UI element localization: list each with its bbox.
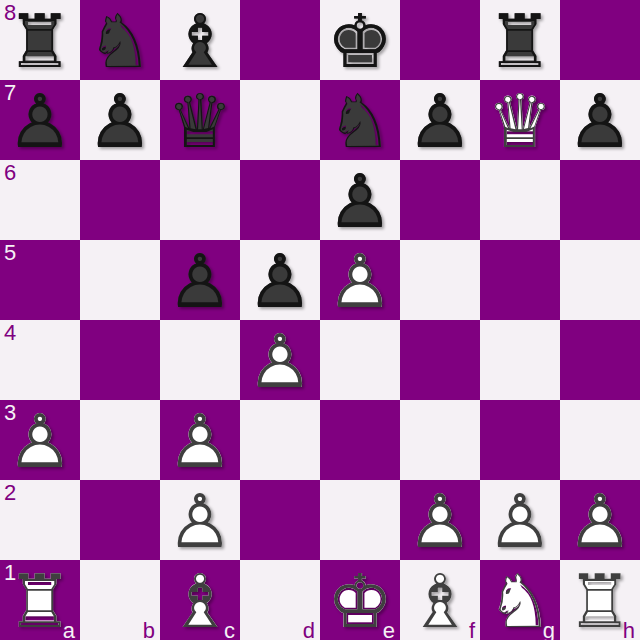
- black-pawn-icon: ♟: [0, 80, 80, 160]
- square-c4[interactable]: [160, 320, 240, 400]
- white-pawn-piece[interactable]: ♟♙: [320, 240, 400, 320]
- square-d6[interactable]: [240, 160, 320, 240]
- square-a6[interactable]: 6: [0, 160, 80, 240]
- square-c1[interactable]: c♝♗: [160, 560, 240, 640]
- square-d8[interactable]: [240, 0, 320, 80]
- square-e4[interactable]: [320, 320, 400, 400]
- square-g4[interactable]: [480, 320, 560, 400]
- black-pawn-piece[interactable]: ♟♙: [160, 240, 240, 320]
- square-b4[interactable]: [80, 320, 160, 400]
- square-f2[interactable]: ♟♙: [400, 480, 480, 560]
- file-label-d: d: [303, 619, 315, 640]
- square-g5[interactable]: [480, 240, 560, 320]
- white-pawn-outline-icon: ♙: [240, 320, 320, 400]
- black-king-outline-icon: ♔: [320, 0, 400, 80]
- square-c6[interactable]: [160, 160, 240, 240]
- square-f8[interactable]: [400, 0, 480, 80]
- black-king-piece[interactable]: ♚♔: [320, 0, 400, 80]
- rank-label-5: 5: [4, 241, 16, 265]
- black-rook-piece[interactable]: ♜♖: [480, 0, 560, 80]
- square-g7[interactable]: ♛♕: [480, 80, 560, 160]
- black-pawn-icon: ♟: [80, 80, 160, 160]
- square-e5[interactable]: ♟♙: [320, 240, 400, 320]
- square-f7[interactable]: ♟♙: [400, 80, 480, 160]
- square-b7[interactable]: ♟♙: [80, 80, 160, 160]
- square-h3[interactable]: [560, 400, 640, 480]
- square-a5[interactable]: 5: [0, 240, 80, 320]
- file-label-b: b: [143, 619, 155, 640]
- black-rook-icon: ♜: [0, 0, 80, 80]
- square-e8[interactable]: ♚♔: [320, 0, 400, 80]
- white-bishop-piece[interactable]: ♝♗: [160, 560, 240, 640]
- black-pawn-piece[interactable]: ♟♙: [0, 80, 80, 160]
- square-b2[interactable]: [80, 480, 160, 560]
- white-pawn-piece[interactable]: ♟♙: [160, 480, 240, 560]
- black-rook-piece[interactable]: ♜♖: [0, 0, 80, 80]
- square-f3[interactable]: [400, 400, 480, 480]
- white-pawn-icon: ♟: [400, 480, 480, 560]
- white-pawn-icon: ♟: [480, 480, 560, 560]
- rank-label-6: 6: [4, 161, 16, 185]
- white-knight-icon: ♞: [480, 560, 560, 640]
- square-a2[interactable]: 2: [0, 480, 80, 560]
- black-pawn-outline-icon: ♙: [160, 240, 240, 320]
- square-a3[interactable]: 3♟♙: [0, 400, 80, 480]
- white-rook-icon: ♜: [560, 560, 640, 640]
- square-e3[interactable]: [320, 400, 400, 480]
- white-pawn-piece[interactable]: ♟♙: [160, 400, 240, 480]
- white-bishop-outline-icon: ♗: [160, 560, 240, 640]
- black-bishop-icon: ♝: [160, 0, 240, 80]
- rank-label-2: 2: [4, 481, 16, 505]
- black-queen-icon: ♛: [160, 80, 240, 160]
- white-pawn-outline-icon: ♙: [560, 480, 640, 560]
- square-c2[interactable]: ♟♙: [160, 480, 240, 560]
- square-b6[interactable]: [80, 160, 160, 240]
- white-bishop-piece[interactable]: ♝♗: [400, 560, 480, 640]
- white-rook-piece[interactable]: ♜♖: [560, 560, 640, 640]
- black-queen-outline-icon: ♕: [160, 80, 240, 160]
- black-pawn-outline-icon: ♙: [240, 240, 320, 320]
- black-rook-outline-icon: ♖: [0, 0, 80, 80]
- white-pawn-icon: ♟: [160, 400, 240, 480]
- square-g3[interactable]: [480, 400, 560, 480]
- square-h6[interactable]: [560, 160, 640, 240]
- black-knight-outline-icon: ♘: [320, 80, 400, 160]
- square-a1[interactable]: 1a♜♖: [0, 560, 80, 640]
- square-c5[interactable]: ♟♙: [160, 240, 240, 320]
- black-knight-piece[interactable]: ♞♘: [80, 0, 160, 80]
- square-e2[interactable]: [320, 480, 400, 560]
- square-d5[interactable]: ♟♙: [240, 240, 320, 320]
- square-d2[interactable]: [240, 480, 320, 560]
- square-f6[interactable]: [400, 160, 480, 240]
- square-g2[interactable]: ♟♙: [480, 480, 560, 560]
- square-h2[interactable]: ♟♙: [560, 480, 640, 560]
- black-pawn-outline-icon: ♙: [560, 80, 640, 160]
- square-h8[interactable]: [560, 0, 640, 80]
- square-h7[interactable]: ♟♙: [560, 80, 640, 160]
- white-pawn-icon: ♟: [0, 400, 80, 480]
- white-pawn-piece[interactable]: ♟♙: [240, 320, 320, 400]
- white-king-piece[interactable]: ♚♔: [320, 560, 400, 640]
- square-a4[interactable]: 4: [0, 320, 80, 400]
- square-e1[interactable]: e♚♔: [320, 560, 400, 640]
- square-b5[interactable]: [80, 240, 160, 320]
- square-g6[interactable]: [480, 160, 560, 240]
- white-pawn-outline-icon: ♙: [0, 400, 80, 480]
- black-bishop-outline-icon: ♗: [160, 0, 240, 80]
- black-pawn-icon: ♟: [400, 80, 480, 160]
- square-g8[interactable]: ♜♖: [480, 0, 560, 80]
- black-pawn-piece[interactable]: ♟♙: [400, 80, 480, 160]
- rank-label-4: 4: [4, 321, 16, 345]
- white-king-outline-icon: ♔: [320, 560, 400, 640]
- square-b1[interactable]: b: [80, 560, 160, 640]
- square-f1[interactable]: f♝♗: [400, 560, 480, 640]
- white-pawn-icon: ♟: [160, 480, 240, 560]
- black-pawn-piece[interactable]: ♟♙: [80, 80, 160, 160]
- white-king-icon: ♚: [320, 560, 400, 640]
- black-pawn-outline-icon: ♙: [400, 80, 480, 160]
- square-a7[interactable]: 7♟♙: [0, 80, 80, 160]
- square-f4[interactable]: [400, 320, 480, 400]
- white-pawn-outline-icon: ♙: [480, 480, 560, 560]
- square-d4[interactable]: ♟♙: [240, 320, 320, 400]
- square-c8[interactable]: ♝♗: [160, 0, 240, 80]
- white-queen-icon: ♛: [480, 80, 560, 160]
- square-c3[interactable]: ♟♙: [160, 400, 240, 480]
- black-pawn-icon: ♟: [320, 160, 400, 240]
- black-rook-outline-icon: ♖: [480, 0, 560, 80]
- black-knight-icon: ♞: [80, 0, 160, 80]
- square-e7[interactable]: ♞♘: [320, 80, 400, 160]
- white-pawn-outline-icon: ♙: [160, 480, 240, 560]
- black-pawn-outline-icon: ♙: [80, 80, 160, 160]
- white-pawn-outline-icon: ♙: [160, 400, 240, 480]
- white-knight-outline-icon: ♘: [480, 560, 560, 640]
- square-b3[interactable]: [80, 400, 160, 480]
- white-rook-piece[interactable]: ♜♖: [0, 560, 80, 640]
- black-knight-piece[interactable]: ♞♘: [320, 80, 400, 160]
- black-pawn-icon: ♟: [160, 240, 240, 320]
- white-knight-piece[interactable]: ♞♘: [480, 560, 560, 640]
- square-b8[interactable]: ♞♘: [80, 0, 160, 80]
- white-pawn-outline-icon: ♙: [400, 480, 480, 560]
- black-pawn-icon: ♟: [560, 80, 640, 160]
- white-rook-outline-icon: ♖: [0, 560, 80, 640]
- square-h4[interactable]: [560, 320, 640, 400]
- white-bishop-icon: ♝: [160, 560, 240, 640]
- black-knight-icon: ♞: [320, 80, 400, 160]
- square-d7[interactable]: [240, 80, 320, 160]
- black-king-icon: ♚: [320, 0, 400, 80]
- square-h1[interactable]: h♜♖: [560, 560, 640, 640]
- black-pawn-icon: ♟: [240, 240, 320, 320]
- black-pawn-outline-icon: ♙: [0, 80, 80, 160]
- white-queen-piece[interactable]: ♛♕: [480, 80, 560, 160]
- white-pawn-piece[interactable]: ♟♙: [0, 400, 80, 480]
- white-pawn-icon: ♟: [240, 320, 320, 400]
- white-pawn-piece[interactable]: ♟♙: [480, 480, 560, 560]
- black-pawn-piece[interactable]: ♟♙: [320, 160, 400, 240]
- black-pawn-piece[interactable]: ♟♙: [560, 80, 640, 160]
- square-f5[interactable]: [400, 240, 480, 320]
- white-pawn-outline-icon: ♙: [320, 240, 400, 320]
- white-pawn-piece[interactable]: ♟♙: [400, 480, 480, 560]
- white-pawn-piece[interactable]: ♟♙: [560, 480, 640, 560]
- white-rook-outline-icon: ♖: [560, 560, 640, 640]
- square-h5[interactable]: [560, 240, 640, 320]
- square-d3[interactable]: [240, 400, 320, 480]
- white-bishop-icon: ♝: [400, 560, 480, 640]
- white-rook-icon: ♜: [0, 560, 80, 640]
- black-knight-outline-icon: ♘: [80, 0, 160, 80]
- square-e6[interactable]: ♟♙: [320, 160, 400, 240]
- square-d1[interactable]: d: [240, 560, 320, 640]
- white-pawn-icon: ♟: [560, 480, 640, 560]
- white-queen-outline-icon: ♕: [480, 80, 560, 160]
- square-a8[interactable]: 8♜♖: [0, 0, 80, 80]
- black-rook-icon: ♜: [480, 0, 560, 80]
- black-bishop-piece[interactable]: ♝♗: [160, 0, 240, 80]
- black-pawn-piece[interactable]: ♟♙: [240, 240, 320, 320]
- square-g1[interactable]: g♞♘: [480, 560, 560, 640]
- chess-board: 8♜♖♞♘♝♗♚♔♜♖7♟♙♟♙♛♕♞♘♟♙♛♕♟♙6♟♙5♟♙♟♙♟♙4♟♙3…: [0, 0, 640, 640]
- white-pawn-icon: ♟: [320, 240, 400, 320]
- black-queen-piece[interactable]: ♛♕: [160, 80, 240, 160]
- white-bishop-outline-icon: ♗: [400, 560, 480, 640]
- square-c7[interactable]: ♛♕: [160, 80, 240, 160]
- black-pawn-outline-icon: ♙: [320, 160, 400, 240]
